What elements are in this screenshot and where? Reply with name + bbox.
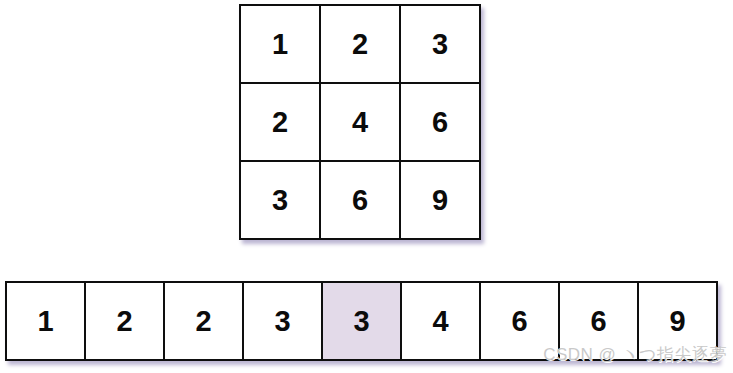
sorted-cell: 2 [165, 283, 242, 359]
table-cell: 3 [401, 6, 479, 82]
sorted-cell: 2 [86, 283, 163, 359]
table-cell: 2 [321, 6, 399, 82]
page: { "game": "multiplication-table-kth-smal… [0, 0, 733, 373]
sorted-cell: 4 [402, 283, 479, 359]
sorted-cell: 3 [244, 283, 321, 359]
table-cell: 9 [401, 162, 479, 238]
multiplication-table-grid: 1 2 3 2 4 6 3 6 9 [239, 4, 481, 240]
table-cell: 6 [401, 84, 479, 160]
sorted-cell: 1 [7, 283, 84, 359]
table-cell: 2 [241, 84, 319, 160]
table-cell: 3 [241, 162, 319, 238]
csdn-watermark: CSDN @ ヽつ指尖逐夢 [543, 343, 727, 366]
table-cell: 1 [241, 6, 319, 82]
sorted-cell: 3 [323, 283, 400, 359]
table-cell: 4 [321, 84, 399, 160]
table-cell: 6 [321, 162, 399, 238]
